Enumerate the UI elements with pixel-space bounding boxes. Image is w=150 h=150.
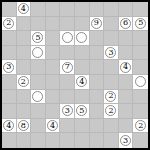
puzzle-board: 429655337424235248423 (0, 0, 150, 150)
cell-r6c0[interactable] (2, 90, 17, 105)
cell-r5c8[interactable] (119, 75, 134, 90)
cell-r2c4[interactable] (60, 31, 75, 46)
cell-r8c4[interactable] (60, 119, 75, 134)
cell-r4c2[interactable] (31, 60, 46, 75)
cell-r4c7[interactable] (104, 60, 119, 75)
cell-r4c5[interactable] (75, 60, 90, 75)
cell-r1c8[interactable]: 6 (119, 17, 134, 32)
cell-r9c2[interactable] (31, 133, 46, 148)
numbered-circle: 2 (105, 91, 116, 102)
cell-r3c7[interactable]: 3 (104, 46, 119, 61)
cell-r7c9[interactable] (133, 104, 148, 119)
cell-r7c4[interactable]: 3 (60, 104, 75, 119)
numbered-circle: 6 (120, 18, 131, 29)
cell-r5c0[interactable] (2, 75, 17, 90)
cell-r8c6[interactable] (90, 119, 105, 134)
cell-r9c3[interactable] (46, 133, 61, 148)
cell-r2c8[interactable] (119, 31, 134, 46)
cell-r1c9[interactable]: 5 (133, 17, 148, 32)
cell-r7c6[interactable] (90, 104, 105, 119)
cell-r4c3[interactable] (46, 60, 61, 75)
cell-r4c1[interactable] (17, 60, 32, 75)
cell-r8c3[interactable]: 4 (46, 119, 61, 134)
cell-r8c0[interactable]: 4 (2, 119, 17, 134)
empty-circle (62, 32, 73, 43)
numbered-circle: 2 (105, 105, 116, 116)
cell-r5c2[interactable] (31, 75, 46, 90)
cell-r3c1[interactable] (17, 46, 32, 61)
cell-r8c2[interactable] (31, 119, 46, 134)
cell-r6c9[interactable] (133, 90, 148, 105)
cell-r7c8[interactable] (119, 104, 134, 119)
cell-r7c2[interactable] (31, 104, 46, 119)
cell-r1c4[interactable] (60, 17, 75, 32)
empty-circle (32, 91, 43, 102)
cell-r4c6[interactable] (90, 60, 105, 75)
cell-r1c3[interactable] (46, 17, 61, 32)
numbered-circle: 5 (135, 18, 146, 29)
cell-r0c9[interactable] (133, 2, 148, 17)
empty-circle (76, 32, 87, 43)
cell-r3c6[interactable] (90, 46, 105, 61)
cell-r3c9[interactable] (133, 46, 148, 61)
numbered-circle: 4 (18, 3, 29, 14)
cell-r5c6[interactable] (90, 75, 105, 90)
numbered-circle: 7 (62, 62, 73, 73)
numbered-circle: 2 (18, 76, 29, 87)
cell-r8c7[interactable] (104, 119, 119, 134)
cell-r8c1[interactable]: 8 (17, 119, 32, 134)
cell-r1c0[interactable]: 2 (2, 17, 17, 32)
numbered-circle: 2 (3, 18, 14, 29)
cell-r5c7[interactable] (104, 75, 119, 90)
cell-r1c2[interactable] (31, 17, 46, 32)
cell-r3c2[interactable] (31, 46, 46, 61)
numbered-circle: 8 (18, 120, 29, 131)
cell-r4c9[interactable] (133, 60, 148, 75)
cell-r0c7[interactable] (104, 2, 119, 17)
cell-r2c1[interactable] (17, 31, 32, 46)
cell-r0c6[interactable] (90, 2, 105, 17)
cell-r0c5[interactable] (75, 2, 90, 17)
cell-r6c5[interactable] (75, 90, 90, 105)
cell-r8c5[interactable] (75, 119, 90, 134)
cell-r2c7[interactable] (104, 31, 119, 46)
cell-r3c3[interactable] (46, 46, 61, 61)
cell-r0c0[interactable] (2, 2, 17, 17)
cell-r3c4[interactable] (60, 46, 75, 61)
numbered-circle: 3 (62, 105, 73, 116)
numbered-circle: 4 (120, 62, 131, 73)
numbered-circle: 3 (120, 135, 131, 146)
cell-r4c0[interactable]: 3 (2, 60, 17, 75)
cell-r7c0[interactable] (2, 104, 17, 119)
numbered-circle: 9 (91, 18, 102, 29)
numbered-circle: 5 (32, 32, 43, 43)
numbered-circle: 4 (47, 120, 58, 131)
cell-r1c5[interactable] (75, 17, 90, 32)
cell-r6c3[interactable] (46, 90, 61, 105)
cell-r5c4[interactable] (60, 75, 75, 90)
cell-r7c1[interactable] (17, 104, 32, 119)
cell-r5c3[interactable] (46, 75, 61, 90)
cell-r9c4[interactable] (60, 133, 75, 148)
cell-r6c7[interactable]: 2 (104, 90, 119, 105)
cell-r4c4[interactable]: 7 (60, 60, 75, 75)
cell-r0c3[interactable] (46, 2, 61, 17)
cell-r7c7[interactable]: 2 (104, 104, 119, 119)
cell-r1c1[interactable] (17, 17, 32, 32)
cell-r2c9[interactable] (133, 31, 148, 46)
cell-r1c6[interactable]: 9 (90, 17, 105, 32)
cell-r0c1[interactable]: 4 (17, 2, 32, 17)
cell-r8c8[interactable] (119, 119, 134, 134)
empty-circle (135, 76, 146, 87)
cell-r9c7[interactable] (104, 133, 119, 148)
cell-r7c5[interactable]: 5 (75, 104, 90, 119)
cell-r6c6[interactable] (90, 90, 105, 105)
cell-r6c1[interactable] (17, 90, 32, 105)
cell-r9c1[interactable] (17, 133, 32, 148)
cell-r6c2[interactable] (31, 90, 46, 105)
numbered-circle: 5 (76, 105, 87, 116)
cell-r2c5[interactable] (75, 31, 90, 46)
cell-r9c6[interactable] (90, 133, 105, 148)
numbered-circle: 3 (3, 62, 14, 73)
cell-r5c5[interactable]: 4 (75, 75, 90, 90)
cell-r1c7[interactable] (104, 17, 119, 32)
numbered-circle: 2 (135, 120, 146, 131)
cell-r2c6[interactable] (90, 31, 105, 46)
cell-r2c0[interactable] (2, 31, 17, 46)
cell-r4c8[interactable]: 4 (119, 60, 134, 75)
cell-r2c2[interactable]: 5 (31, 31, 46, 46)
cell-r7c3[interactable] (46, 104, 61, 119)
cell-r0c2[interactable] (31, 2, 46, 17)
cell-r9c8[interactable]: 3 (119, 133, 134, 148)
cell-r6c4[interactable] (60, 90, 75, 105)
cell-r3c8[interactable] (119, 46, 134, 61)
cell-r2c3[interactable] (46, 31, 61, 46)
cell-r0c4[interactable] (60, 2, 75, 17)
cell-r5c9[interactable] (133, 75, 148, 90)
cell-r9c5[interactable] (75, 133, 90, 148)
cell-r3c5[interactable] (75, 46, 90, 61)
cell-r6c8[interactable] (119, 90, 134, 105)
cell-r9c9[interactable] (133, 133, 148, 148)
numbered-circle: 3 (105, 47, 116, 58)
cell-r0c8[interactable] (119, 2, 134, 17)
numbered-circle: 4 (3, 120, 14, 131)
cell-r5c1[interactable]: 2 (17, 75, 32, 90)
empty-circle (32, 47, 43, 58)
numbered-circle: 4 (76, 76, 87, 87)
cell-r8c9[interactable]: 2 (133, 119, 148, 134)
cell-r3c0[interactable] (2, 46, 17, 61)
cell-r9c0[interactable] (2, 133, 17, 148)
